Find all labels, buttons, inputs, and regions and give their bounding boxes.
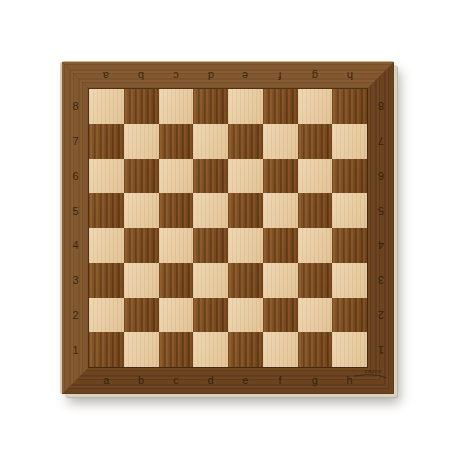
file-label-bottom-e: e <box>234 372 256 388</box>
file-label-top-g: g <box>304 68 326 84</box>
square-f2[interactable] <box>263 298 298 333</box>
square-e5[interactable] <box>228 193 263 228</box>
square-a4[interactable] <box>89 228 124 263</box>
square-a3[interactable] <box>89 263 124 298</box>
product-photo-stage: aa88bb77cc66dd55ee44ff33gg22hh11 cayro <box>0 0 458 458</box>
square-g5[interactable] <box>298 193 333 228</box>
square-f8[interactable] <box>263 89 298 124</box>
square-c8[interactable] <box>159 89 194 124</box>
file-label-top-h: h <box>339 68 361 84</box>
rank-label-right-6: 6 <box>370 168 392 184</box>
square-f6[interactable] <box>263 159 298 194</box>
rank-label-right-8: 8 <box>370 98 392 114</box>
square-a6[interactable] <box>89 159 124 194</box>
file-label-bottom-a: a <box>95 372 117 388</box>
square-e4[interactable] <box>228 228 263 263</box>
rank-label-right-4: 4 <box>370 237 392 253</box>
square-b8[interactable] <box>124 89 159 124</box>
square-h6[interactable] <box>332 159 367 194</box>
rank-label-left-2: 2 <box>65 307 87 323</box>
square-a1[interactable] <box>89 332 124 367</box>
file-label-top-a: a <box>95 68 117 84</box>
square-h2[interactable] <box>332 298 367 333</box>
square-c6[interactable] <box>159 159 194 194</box>
file-label-top-d: d <box>200 68 222 84</box>
square-h7[interactable] <box>332 124 367 159</box>
square-b5[interactable] <box>124 193 159 228</box>
square-g3[interactable] <box>298 263 333 298</box>
square-a5[interactable] <box>89 193 124 228</box>
square-f3[interactable] <box>263 263 298 298</box>
square-b6[interactable] <box>124 159 159 194</box>
square-c5[interactable] <box>159 193 194 228</box>
square-a2[interactable] <box>89 298 124 333</box>
file-label-bottom-g: g <box>304 372 326 388</box>
file-label-bottom-f: f <box>269 372 291 388</box>
square-e6[interactable] <box>228 159 263 194</box>
rank-label-left-1: 1 <box>65 342 87 358</box>
square-d5[interactable] <box>193 193 228 228</box>
square-e1[interactable] <box>228 332 263 367</box>
rank-label-right-1: 1 <box>370 342 392 358</box>
square-b2[interactable] <box>124 298 159 333</box>
square-f5[interactable] <box>263 193 298 228</box>
file-label-bottom-b: b <box>130 372 152 388</box>
square-g4[interactable] <box>298 228 333 263</box>
rank-label-left-5: 5 <box>65 203 87 219</box>
rank-label-left-7: 7 <box>65 133 87 149</box>
square-c3[interactable] <box>159 263 194 298</box>
square-f7[interactable] <box>263 124 298 159</box>
square-g7[interactable] <box>298 124 333 159</box>
square-d3[interactable] <box>193 263 228 298</box>
square-d6[interactable] <box>193 159 228 194</box>
square-d1[interactable] <box>193 332 228 367</box>
square-e3[interactable] <box>228 263 263 298</box>
square-e2[interactable] <box>228 298 263 333</box>
rank-label-left-8: 8 <box>65 98 87 114</box>
square-d2[interactable] <box>193 298 228 333</box>
square-a8[interactable] <box>89 89 124 124</box>
board-grid <box>89 89 367 367</box>
rank-label-right-7: 7 <box>370 133 392 149</box>
square-d7[interactable] <box>193 124 228 159</box>
square-h8[interactable] <box>332 89 367 124</box>
rank-label-left-4: 4 <box>65 237 87 253</box>
square-d8[interactable] <box>193 89 228 124</box>
square-c1[interactable] <box>159 332 194 367</box>
square-h4[interactable] <box>332 228 367 263</box>
square-e8[interactable] <box>228 89 263 124</box>
file-label-top-b: b <box>130 68 152 84</box>
rank-label-right-2: 2 <box>370 307 392 323</box>
square-f1[interactable] <box>263 332 298 367</box>
square-b1[interactable] <box>124 332 159 367</box>
brand-mark-text: cayro <box>353 368 393 374</box>
square-h3[interactable] <box>332 263 367 298</box>
chess-board: aa88bb77cc66dd55ee44ff33gg22hh11 cayro <box>62 62 394 394</box>
square-c4[interactable] <box>159 228 194 263</box>
square-c7[interactable] <box>159 124 194 159</box>
square-g8[interactable] <box>298 89 333 124</box>
square-g2[interactable] <box>298 298 333 333</box>
file-label-top-f: f <box>269 68 291 84</box>
file-label-bottom-c: c <box>165 372 187 388</box>
square-b4[interactable] <box>124 228 159 263</box>
square-b3[interactable] <box>124 263 159 298</box>
file-label-bottom-d: d <box>200 372 222 388</box>
square-b7[interactable] <box>124 124 159 159</box>
brand-mark: cayro <box>353 368 393 384</box>
brand-swoosh-icon <box>353 373 389 379</box>
square-g6[interactable] <box>298 159 333 194</box>
square-c2[interactable] <box>159 298 194 333</box>
file-label-top-e: e <box>234 68 256 84</box>
square-g1[interactable] <box>298 332 333 367</box>
rank-label-left-3: 3 <box>65 272 87 288</box>
rank-label-right-5: 5 <box>370 203 392 219</box>
square-a7[interactable] <box>89 124 124 159</box>
file-label-bottom-h: h <box>339 372 361 388</box>
square-d4[interactable] <box>193 228 228 263</box>
rank-label-left-6: 6 <box>65 168 87 184</box>
square-e7[interactable] <box>228 124 263 159</box>
file-label-top-c: c <box>165 68 187 84</box>
square-h1[interactable] <box>332 332 367 367</box>
square-h5[interactable] <box>332 193 367 228</box>
square-f4[interactable] <box>263 228 298 263</box>
rank-label-right-3: 3 <box>370 272 392 288</box>
